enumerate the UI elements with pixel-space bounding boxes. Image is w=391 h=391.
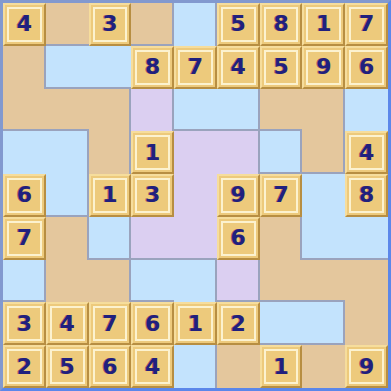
given-tile-r5c6: 9 [217,174,260,217]
given-tile-r2c6: 4 [217,46,260,89]
tile-digit: 5 [273,56,288,78]
tile-digit: 7 [102,313,117,335]
cell-r5c9: 8 [345,174,388,217]
cell-r9c5[interactable] [174,345,217,388]
tile-digit: 8 [273,13,288,35]
cell-r2c7: 5 [260,46,303,89]
cell-r5c1: 6 [3,174,46,217]
cell-r3c9[interactable] [345,89,388,132]
given-tile-r5c1: 6 [3,174,46,217]
cell-r2c6: 4 [217,46,260,89]
tile-digit: 3 [102,13,117,35]
cell-r3c2[interactable] [46,89,89,132]
cell-r6c5[interactable] [174,217,217,260]
cell-r6c1: 7 [3,217,46,260]
given-tile-r8c4: 6 [131,302,174,345]
cell-r7c7[interactable] [260,260,303,303]
given-tile-r1c3: 3 [89,3,132,46]
cell-r3c4[interactable] [131,89,174,132]
given-tile-r4c9: 4 [345,131,388,174]
cell-r6c6: 6 [217,217,260,260]
cell-r8c1: 3 [3,302,46,345]
given-tile-r5c7: 7 [260,174,303,217]
tile-digit: 6 [359,56,374,78]
given-tile-r1c7: 8 [260,3,303,46]
cell-r9c2: 5 [46,345,89,388]
cell-r3c3[interactable] [89,89,132,132]
cell-r1c4[interactable] [131,3,174,46]
cell-r9c6[interactable] [217,345,260,388]
cell-r5c5[interactable] [174,174,217,217]
given-tile-r9c7: 1 [260,345,303,388]
tile-digit: 7 [273,184,288,206]
given-tile-r2c7: 5 [260,46,303,89]
cell-r8c3: 7 [89,302,132,345]
cell-r9c1: 2 [3,345,46,388]
cell-r5c4: 3 [131,174,174,217]
cell-r5c7: 7 [260,174,303,217]
given-tile-r5c4: 3 [131,174,174,217]
tile-digit: 1 [316,13,331,35]
cell-r2c2[interactable] [46,46,89,89]
cell-r2c4: 8 [131,46,174,89]
tile-digit: 6 [17,184,32,206]
given-tile-r1c8: 1 [302,3,345,46]
cell-r1c5[interactable] [174,3,217,46]
cell-r7c3[interactable] [89,260,132,303]
tile-digit: 6 [231,227,246,249]
cell-r7c1[interactable] [3,260,46,303]
cell-r4c2[interactable] [46,131,89,174]
cell-r5c2[interactable] [46,174,89,217]
cell-r8c8[interactable] [302,302,345,345]
tile-digit: 4 [359,142,374,164]
cell-r4c9: 4 [345,131,388,174]
cell-r7c6[interactable] [217,260,260,303]
tile-digit: 7 [359,13,374,35]
cell-r1c9: 7 [345,3,388,46]
given-tile-r6c6: 6 [217,217,260,260]
cell-r9c8[interactable] [302,345,345,388]
cell-r2c9: 6 [345,46,388,89]
given-tile-r8c6: 2 [217,302,260,345]
cell-r1c2[interactable] [46,3,89,46]
given-tile-r5c3: 1 [89,174,132,217]
cell-r5c6: 9 [217,174,260,217]
cell-r9c3: 6 [89,345,132,388]
tile-digit: 4 [17,13,32,35]
tile-digit: 7 [17,227,32,249]
given-tile-r4c4: 1 [131,131,174,174]
cell-r1c6: 5 [217,3,260,46]
cell-r6c8[interactable] [302,217,345,260]
tile-digit: 4 [231,56,246,78]
cell-r7c5[interactable] [174,260,217,303]
cell-r6c7[interactable] [260,217,303,260]
cell-r8c6: 2 [217,302,260,345]
cell-r2c3[interactable] [89,46,132,89]
cell-r9c7: 1 [260,345,303,388]
cell-r1c8: 1 [302,3,345,46]
given-tile-r8c2: 4 [46,302,89,345]
given-tile-r1c9: 7 [345,3,388,46]
tile-digit: 1 [188,313,203,335]
given-tile-r9c2: 5 [46,345,89,388]
tile-digit: 7 [188,56,203,78]
cell-r6c2[interactable] [46,217,89,260]
cell-r3c6[interactable] [217,89,260,132]
tile-digit: 1 [145,142,160,164]
tile-digit: 9 [316,56,331,78]
given-tile-r9c4: 4 [131,345,174,388]
cell-r4c1[interactable] [3,131,46,174]
cell-r8c4: 6 [131,302,174,345]
tile-digit: 5 [60,356,75,378]
cell-r9c9: 9 [345,345,388,388]
cell-r4c8[interactable] [302,131,345,174]
tile-digit: 2 [17,356,32,378]
tile-digit: 8 [359,184,374,206]
given-tile-r2c8: 9 [302,46,345,89]
given-tile-r5c9: 8 [345,174,388,217]
given-tile-r2c9: 6 [345,46,388,89]
sudoku-board: 4358178745961461397876347612256419 [0,0,391,391]
given-tile-r1c6: 5 [217,3,260,46]
cell-r4c6[interactable] [217,131,260,174]
cell-r4c7[interactable] [260,131,303,174]
cell-r7c4[interactable] [131,260,174,303]
cell-r8c9[interactable] [345,302,388,345]
cell-r5c8[interactable] [302,174,345,217]
tile-digit: 8 [145,56,160,78]
cell-r9c4: 4 [131,345,174,388]
cell-r5c3: 1 [89,174,132,217]
given-tile-r2c5: 7 [174,46,217,89]
cell-r8c5: 1 [174,302,217,345]
cell-r8c2: 4 [46,302,89,345]
cell-r3c5[interactable] [174,89,217,132]
given-tile-r6c1: 7 [3,217,46,260]
tile-digit: 1 [102,184,117,206]
cell-r6c4[interactable] [131,217,174,260]
cell-r2c1[interactable] [3,46,46,89]
cell-r7c2[interactable] [46,260,89,303]
given-tile-r9c9: 9 [345,345,388,388]
tile-digit: 5 [231,13,246,35]
cell-r1c1: 4 [3,3,46,46]
given-tile-r9c1: 2 [3,345,46,388]
tile-digit: 3 [145,184,160,206]
tile-digit: 6 [145,313,160,335]
given-tile-r8c1: 3 [3,302,46,345]
tile-digit: 9 [359,356,374,378]
tile-digit: 1 [273,356,288,378]
given-tile-r8c5: 1 [174,302,217,345]
cell-r3c1[interactable] [3,89,46,132]
cell-r2c8: 9 [302,46,345,89]
cell-r4c5[interactable] [174,131,217,174]
tile-digit: 4 [60,313,75,335]
tile-digit: 3 [17,313,32,335]
cell-r1c3: 3 [89,3,132,46]
tile-digit: 4 [145,356,160,378]
cell-r1c7: 8 [260,3,303,46]
cell-r7c9[interactable] [345,260,388,303]
cell-r3c8[interactable] [302,89,345,132]
tile-digit: 6 [102,356,117,378]
cell-r4c4: 1 [131,131,174,174]
cell-r6c3[interactable] [89,217,132,260]
cell-r7c8[interactable] [302,260,345,303]
cell-r2c5: 7 [174,46,217,89]
given-tile-r8c3: 7 [89,302,132,345]
cell-r4c3[interactable] [89,131,132,174]
given-tile-r1c1: 4 [3,3,46,46]
given-tile-r9c3: 6 [89,345,132,388]
given-tile-r2c4: 8 [131,46,174,89]
cell-r8c7[interactable] [260,302,303,345]
cell-r6c9[interactable] [345,217,388,260]
tile-digit: 2 [231,313,246,335]
tile-digit: 9 [231,184,246,206]
cell-r3c7[interactable] [260,89,303,132]
